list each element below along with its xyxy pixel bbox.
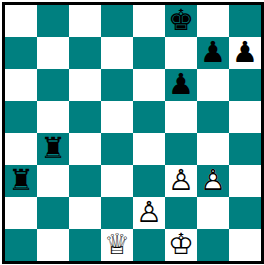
square-b1[interactable]: [37, 229, 69, 261]
square-a5[interactable]: [5, 101, 37, 133]
square-e5[interactable]: [133, 101, 165, 133]
square-e6[interactable]: [133, 69, 165, 101]
square-c3[interactable]: [69, 165, 101, 197]
square-f8[interactable]: ♚: [165, 5, 197, 37]
square-c7[interactable]: [69, 37, 101, 69]
square-a7[interactable]: [5, 37, 37, 69]
piece-white-pawn: ♙: [133, 197, 165, 229]
square-d4[interactable]: [101, 133, 133, 165]
piece-white-pawn: ♙: [197, 165, 229, 197]
square-d2[interactable]: [101, 197, 133, 229]
square-h2[interactable]: [229, 197, 261, 229]
square-c2[interactable]: [69, 197, 101, 229]
piece-black-pawn: ♟: [197, 37, 229, 69]
piece-black-pawn: ♟: [229, 37, 261, 69]
square-c5[interactable]: [69, 101, 101, 133]
square-e8[interactable]: [133, 5, 165, 37]
square-a6[interactable]: [5, 69, 37, 101]
square-c4[interactable]: [69, 133, 101, 165]
piece-white-king: ♔: [165, 229, 197, 261]
square-h3[interactable]: [229, 165, 261, 197]
square-d3[interactable]: [101, 165, 133, 197]
square-d7[interactable]: [101, 37, 133, 69]
square-a8[interactable]: [5, 5, 37, 37]
square-b6[interactable]: [37, 69, 69, 101]
square-a3[interactable]: ♜: [5, 165, 37, 197]
square-g5[interactable]: [197, 101, 229, 133]
square-f4[interactable]: [165, 133, 197, 165]
square-f1[interactable]: ♚♔: [165, 229, 197, 261]
piece-black-pawn: ♟: [165, 69, 197, 101]
square-b2[interactable]: [37, 197, 69, 229]
square-d1[interactable]: ♛♕: [101, 229, 133, 261]
square-d5[interactable]: [101, 101, 133, 133]
square-d6[interactable]: [101, 69, 133, 101]
piece-black-king: ♚: [165, 5, 197, 37]
square-h7[interactable]: ♟: [229, 37, 261, 69]
square-g2[interactable]: [197, 197, 229, 229]
square-c6[interactable]: [69, 69, 101, 101]
square-g1[interactable]: [197, 229, 229, 261]
square-c8[interactable]: [69, 5, 101, 37]
square-e7[interactable]: [133, 37, 165, 69]
chess-board: ♚♟♟♟♜♜♟♙♟♙♟♙♛♕♚♔: [5, 5, 261, 261]
square-h8[interactable]: [229, 5, 261, 37]
square-c1[interactable]: [69, 229, 101, 261]
piece-white-pawn: ♙: [165, 165, 197, 197]
square-g7[interactable]: ♟: [197, 37, 229, 69]
piece-black-rook: ♜: [37, 133, 69, 165]
square-b8[interactable]: [37, 5, 69, 37]
square-g6[interactable]: [197, 69, 229, 101]
square-a1[interactable]: [5, 229, 37, 261]
square-a4[interactable]: [5, 133, 37, 165]
square-d8[interactable]: [101, 5, 133, 37]
square-g4[interactable]: [197, 133, 229, 165]
square-f5[interactable]: [165, 101, 197, 133]
square-e3[interactable]: [133, 165, 165, 197]
square-e1[interactable]: [133, 229, 165, 261]
square-g8[interactable]: [197, 5, 229, 37]
piece-white-queen: ♕: [101, 229, 133, 261]
chess-diagram-page: ♚♟♟♟♜♜♟♙♟♙♟♙♛♕♚♔: [0, 0, 263, 265]
square-b3[interactable]: [37, 165, 69, 197]
square-h5[interactable]: [229, 101, 261, 133]
square-f7[interactable]: [165, 37, 197, 69]
square-b7[interactable]: [37, 37, 69, 69]
square-b5[interactable]: [37, 101, 69, 133]
square-e4[interactable]: [133, 133, 165, 165]
square-h1[interactable]: [229, 229, 261, 261]
square-h4[interactable]: [229, 133, 261, 165]
square-f6[interactable]: ♟: [165, 69, 197, 101]
board-frame: ♚♟♟♟♜♜♟♙♟♙♟♙♛♕♚♔: [2, 2, 264, 264]
square-h6[interactable]: [229, 69, 261, 101]
square-f3[interactable]: ♟♙: [165, 165, 197, 197]
square-f2[interactable]: [165, 197, 197, 229]
square-e2[interactable]: ♟♙: [133, 197, 165, 229]
piece-black-rook: ♜: [5, 165, 37, 197]
square-g3[interactable]: ♟♙: [197, 165, 229, 197]
square-b4[interactable]: ♜: [37, 133, 69, 165]
square-a2[interactable]: [5, 197, 37, 229]
